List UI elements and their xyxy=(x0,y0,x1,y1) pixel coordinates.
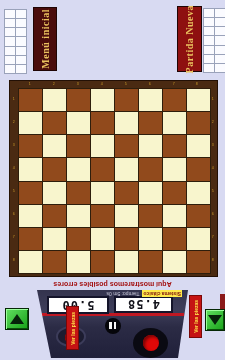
captured-pieces-grid-right xyxy=(203,8,225,73)
grid-cell xyxy=(215,64,225,72)
board-square[interactable] xyxy=(67,182,90,204)
board-frame: 12345678 12345678 12345678 12345678 xyxy=(9,80,218,277)
clock-mode-label: Sistema clásico xyxy=(142,291,182,298)
board-square[interactable] xyxy=(43,89,66,111)
board-square[interactable] xyxy=(187,89,210,111)
grid-cell xyxy=(5,19,15,27)
board-square[interactable] xyxy=(19,205,42,227)
board-square[interactable] xyxy=(19,89,42,111)
board-square[interactable] xyxy=(91,135,114,157)
board-square[interactable] xyxy=(115,112,138,134)
board-square[interactable] xyxy=(163,182,186,204)
right-edge-red-strip xyxy=(220,294,225,309)
grid-cell xyxy=(204,9,214,17)
board-square[interactable] xyxy=(187,182,210,204)
board-square[interactable] xyxy=(187,112,210,134)
board-square[interactable] xyxy=(139,112,162,134)
grid-cell xyxy=(16,65,26,73)
board-square[interactable] xyxy=(187,228,210,250)
board-square[interactable] xyxy=(67,158,90,180)
board-square[interactable] xyxy=(91,112,114,134)
board-square[interactable] xyxy=(139,158,162,180)
clock-time-label: Tiempo: 5m 0s xyxy=(107,291,140,298)
board-square[interactable] xyxy=(91,205,114,227)
board-square[interactable] xyxy=(115,135,138,157)
board-square[interactable] xyxy=(187,205,210,227)
grid-cell xyxy=(16,28,26,36)
grid-cell xyxy=(215,46,225,54)
coordinate-label: 5 xyxy=(124,83,126,86)
board-square[interactable] xyxy=(19,251,42,273)
view-pieces-label-left: Ver las piezas xyxy=(70,312,76,345)
coordinate-label: 5 xyxy=(12,190,14,193)
coordinate-label: 8 xyxy=(196,83,198,86)
grid-cell xyxy=(5,37,15,45)
coordinate-label: 6 xyxy=(212,213,214,216)
board-square[interactable] xyxy=(163,89,186,111)
board-square[interactable] xyxy=(67,228,90,250)
board-square[interactable] xyxy=(91,182,114,204)
view-pieces-label-right: Ver las piezas xyxy=(193,300,199,333)
grid-cell xyxy=(204,27,214,35)
board-square[interactable] xyxy=(67,89,90,111)
coordinate-label: 2 xyxy=(53,83,55,86)
board-square[interactable] xyxy=(163,158,186,180)
app-window: Menú inicial Partida Nueva 12345678 1234… xyxy=(0,0,225,360)
board-square[interactable] xyxy=(19,228,42,250)
board-square[interactable] xyxy=(91,158,114,180)
nav-next-button[interactable] xyxy=(205,309,225,331)
board-coordinates-left: 12345678 xyxy=(10,88,17,272)
coordinate-label: 3 xyxy=(77,83,79,86)
checkers-board[interactable] xyxy=(18,88,211,274)
board-square[interactable] xyxy=(115,205,138,227)
coordinate-label: 5 xyxy=(212,190,214,193)
clock-display-left: 4.58 xyxy=(114,296,173,313)
coordinate-label: 6 xyxy=(12,213,14,216)
board-square[interactable] xyxy=(91,228,114,250)
new-game-button[interactable]: Partida Nueva xyxy=(177,6,202,72)
board-square[interactable] xyxy=(91,251,114,273)
board-square[interactable] xyxy=(43,158,66,180)
board-square[interactable] xyxy=(43,182,66,204)
main-menu-button-label: Menú inicial xyxy=(40,9,51,69)
coordinate-label: 4 xyxy=(101,83,103,86)
board-square[interactable] xyxy=(139,205,162,227)
grid-cell xyxy=(5,47,15,55)
board-square[interactable] xyxy=(115,251,138,273)
board-square[interactable] xyxy=(115,182,138,204)
board-square[interactable] xyxy=(67,135,90,157)
game-clock: 4.58 5.00 Sistema clásico Tiempo: 5m 0s xyxy=(36,290,190,358)
grid-cell xyxy=(5,28,15,36)
triangle-down-icon xyxy=(208,315,222,325)
main-menu-button[interactable]: Menú inicial xyxy=(33,7,57,71)
grid-cell xyxy=(204,18,214,26)
board-square[interactable] xyxy=(163,205,186,227)
view-pieces-button-left[interactable]: Ver las piezas xyxy=(66,306,79,350)
board-square[interactable] xyxy=(163,135,186,157)
board-square[interactable] xyxy=(43,251,66,273)
board-square[interactable] xyxy=(19,158,42,180)
board-square[interactable] xyxy=(43,135,66,157)
coordinate-label: 3 xyxy=(12,144,14,147)
coordinate-label: 7 xyxy=(172,83,174,86)
grid-cell xyxy=(204,36,214,44)
grid-cell xyxy=(215,9,225,17)
board-square[interactable] xyxy=(139,182,162,204)
coordinate-label: 2 xyxy=(12,121,14,124)
board-coordinates-top: 12345678 xyxy=(18,81,209,87)
board-square[interactable] xyxy=(19,135,42,157)
coordinate-label: 1 xyxy=(12,98,14,101)
coordinate-label: 1 xyxy=(212,98,214,101)
board-square[interactable] xyxy=(115,228,138,250)
new-game-button-label: Partida Nueva xyxy=(184,5,195,73)
board-square[interactable] xyxy=(139,251,162,273)
coordinate-label: 2 xyxy=(212,121,214,124)
board-square[interactable] xyxy=(163,251,186,273)
board-square[interactable] xyxy=(19,112,42,134)
captured-pieces-grid-left xyxy=(4,9,27,74)
board-square[interactable] xyxy=(91,89,114,111)
coordinate-label: 7 xyxy=(212,236,214,239)
grid-cell xyxy=(5,65,15,73)
board-square[interactable] xyxy=(43,228,66,250)
board-square[interactable] xyxy=(187,135,210,157)
coordinate-label: 4 xyxy=(12,167,14,170)
grid-cell xyxy=(204,46,214,54)
grid-cell xyxy=(215,18,225,26)
grid-cell xyxy=(16,10,26,18)
grid-cell xyxy=(204,64,214,72)
board-square[interactable] xyxy=(139,135,162,157)
grid-cell xyxy=(5,10,15,18)
coordinate-label: 1 xyxy=(29,83,31,86)
coordinate-label: 3 xyxy=(212,144,214,147)
triangle-up-icon xyxy=(10,314,24,324)
board-square[interactable] xyxy=(19,182,42,204)
grid-cell xyxy=(16,19,26,27)
grid-cell xyxy=(215,27,225,35)
error-message-text: Aquí mostraremos posibles errores xyxy=(20,281,205,288)
grid-cell xyxy=(215,55,225,63)
grid-cell xyxy=(5,56,15,64)
board-square[interactable] xyxy=(115,89,138,111)
coordinate-label: 8 xyxy=(212,259,214,262)
grid-cell xyxy=(16,56,26,64)
clock-info-band: Sistema clásico Tiempo: 5m 0s xyxy=(107,290,182,298)
coordinate-label: 7 xyxy=(12,236,14,239)
board-square[interactable] xyxy=(67,251,90,273)
coordinate-label: 6 xyxy=(148,83,150,86)
board-square[interactable] xyxy=(67,205,90,227)
grid-cell xyxy=(16,37,26,45)
board-square[interactable] xyxy=(43,112,66,134)
board-square[interactable] xyxy=(139,89,162,111)
grid-cell xyxy=(215,36,225,44)
grid-cell xyxy=(16,47,26,55)
board-square[interactable] xyxy=(115,158,138,180)
board-square[interactable] xyxy=(187,158,210,180)
board-square[interactable] xyxy=(43,205,66,227)
clock-plunger-button-left[interactable] xyxy=(143,335,159,351)
board-square[interactable] xyxy=(67,112,90,134)
board-square[interactable] xyxy=(163,228,186,250)
view-pieces-button-right[interactable]: Ver las piezas xyxy=(189,295,202,338)
board-square[interactable] xyxy=(163,112,186,134)
board-square[interactable] xyxy=(139,228,162,250)
grid-cell xyxy=(204,55,214,63)
coordinate-label: 4 xyxy=(212,167,214,170)
board-square[interactable] xyxy=(187,251,210,273)
nav-previous-button[interactable] xyxy=(5,308,29,330)
pause-icon[interactable] xyxy=(105,318,121,334)
coordinate-label: 8 xyxy=(12,259,14,262)
